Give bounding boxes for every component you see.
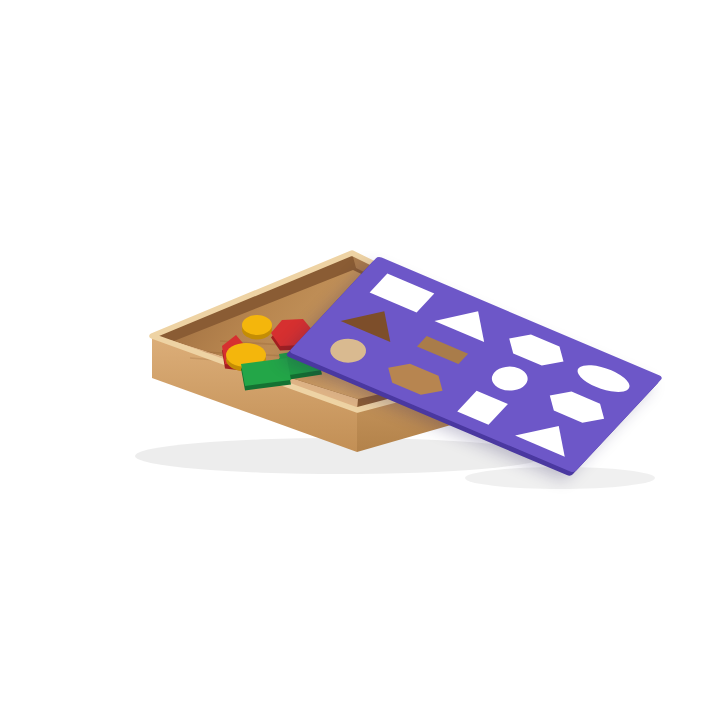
product-photo-scene [0, 0, 720, 720]
block-yellow-circle[interactable] [242, 315, 272, 340]
